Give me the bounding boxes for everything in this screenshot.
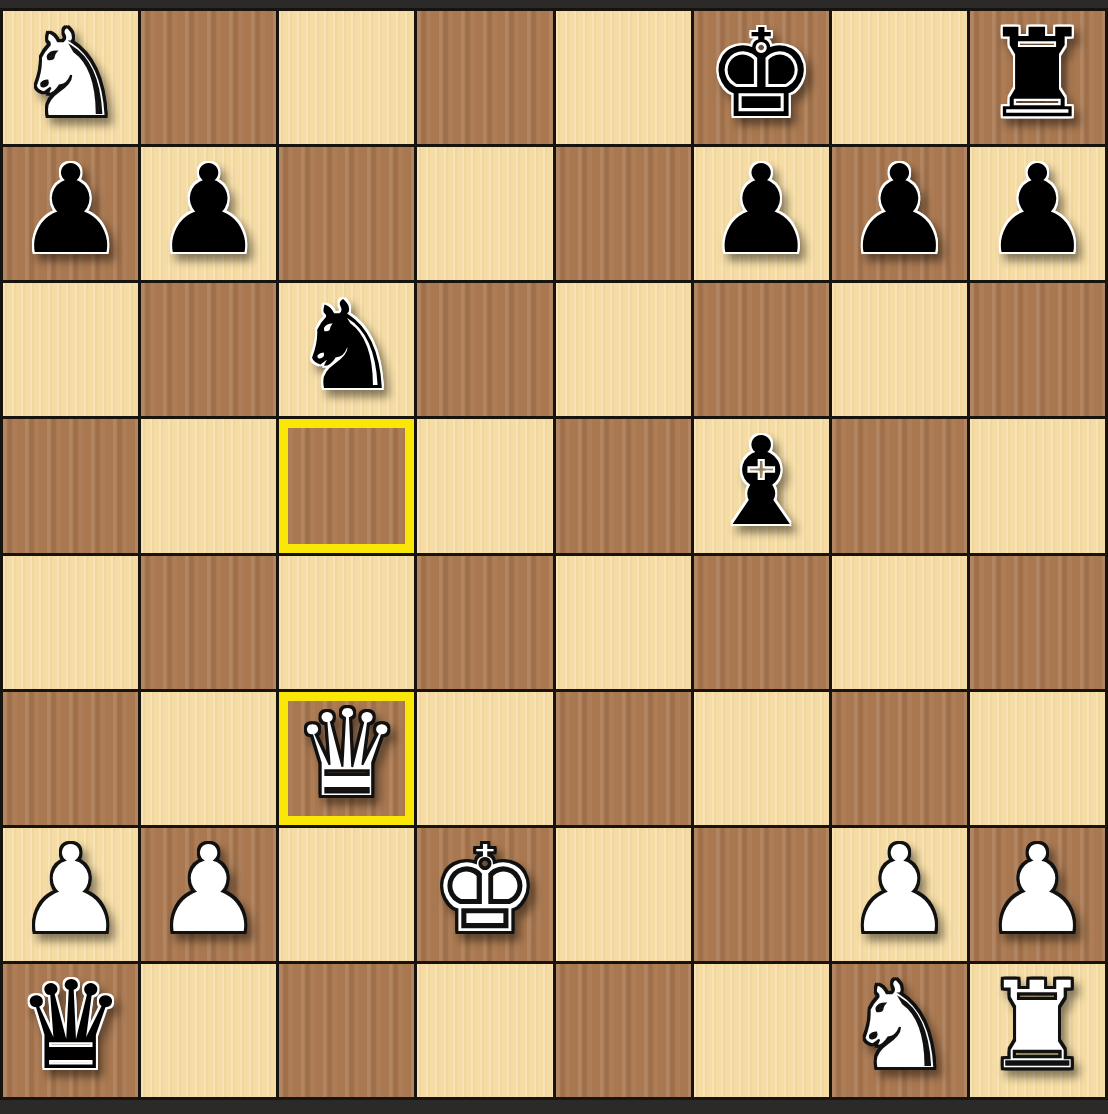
square-c2[interactable] [279,828,414,961]
square-b2[interactable]: ♟ [141,828,276,961]
square-g1[interactable]: ♞ [832,964,967,1097]
square-a6[interactable] [3,283,138,416]
square-e2[interactable] [556,828,691,961]
square-e1[interactable] [556,964,691,1097]
square-b6[interactable] [141,283,276,416]
square-e8[interactable] [556,11,691,144]
square-c8[interactable] [279,11,414,144]
square-h8[interactable]: ♜ [970,11,1105,144]
square-f6[interactable] [694,283,829,416]
square-c5[interactable] [279,419,414,552]
square-f7[interactable]: ♟ [694,147,829,280]
square-a1[interactable]: ♛ [3,964,138,1097]
square-f8[interactable]: ♚ [694,11,829,144]
square-h6[interactable] [970,283,1105,416]
square-c4[interactable] [279,556,414,689]
black-pawn: ♟ [983,149,1092,271]
square-e3[interactable] [556,692,691,825]
square-d3[interactable] [417,692,552,825]
square-b8[interactable] [141,11,276,144]
square-e5[interactable] [556,419,691,552]
square-e6[interactable] [556,283,691,416]
square-g7[interactable]: ♟ [832,147,967,280]
black-knight: ♞ [292,285,401,407]
square-g6[interactable] [832,283,967,416]
square-b4[interactable] [141,556,276,689]
square-c7[interactable] [279,147,414,280]
white-rook: ♜ [983,965,1092,1087]
square-h3[interactable] [970,692,1105,825]
square-a5[interactable] [3,419,138,552]
square-c3[interactable]: ♛ [279,692,414,825]
square-h7[interactable]: ♟ [970,147,1105,280]
square-g2[interactable]: ♟ [832,828,967,961]
black-pawn: ♟ [707,149,816,271]
black-pawn: ♟ [845,149,954,271]
square-a2[interactable]: ♟ [3,828,138,961]
square-f3[interactable] [694,692,829,825]
square-d5[interactable] [417,419,552,552]
square-h2[interactable]: ♟ [970,828,1105,961]
black-bishop: ♝ [707,421,816,543]
square-g4[interactable] [832,556,967,689]
square-f4[interactable] [694,556,829,689]
square-f1[interactable] [694,964,829,1097]
black-rook: ♜ [983,13,1092,135]
white-queen: ♛ [292,693,401,815]
white-pawn: ♟ [154,829,263,951]
white-pawn: ♟ [983,829,1092,951]
square-b5[interactable] [141,419,276,552]
square-b1[interactable] [141,964,276,1097]
square-h4[interactable] [970,556,1105,689]
square-b3[interactable] [141,692,276,825]
square-e7[interactable] [556,147,691,280]
square-d1[interactable] [417,964,552,1097]
square-c1[interactable] [279,964,414,1097]
black-pawn: ♟ [16,149,125,271]
square-d2[interactable]: ♚ [417,828,552,961]
square-a4[interactable] [3,556,138,689]
square-a8[interactable]: ♞ [3,11,138,144]
chess-app-background: ♞♚♜♟♟♟♟♟♞♝♛♟♟♚♟♟♛♞♜ [0,0,1108,1114]
black-pawn: ♟ [154,149,263,271]
black-king: ♚ [707,13,816,135]
square-d6[interactable] [417,283,552,416]
white-knight: ♞ [16,13,125,135]
white-pawn: ♟ [16,829,125,951]
square-d4[interactable] [417,556,552,689]
square-h5[interactable] [970,419,1105,552]
square-e4[interactable] [556,556,691,689]
square-g5[interactable] [832,419,967,552]
square-f2[interactable] [694,828,829,961]
square-a3[interactable] [3,692,138,825]
square-h1[interactable]: ♜ [970,964,1105,1097]
white-knight: ♞ [845,965,954,1087]
square-c6[interactable]: ♞ [279,283,414,416]
square-g3[interactable] [832,692,967,825]
white-king: ♚ [430,829,539,951]
square-d8[interactable] [417,11,552,144]
white-pawn: ♟ [845,829,954,951]
chess-board: ♞♚♜♟♟♟♟♟♞♝♛♟♟♚♟♟♛♞♜ [0,8,1108,1100]
square-a7[interactable]: ♟ [3,147,138,280]
square-f5[interactable]: ♝ [694,419,829,552]
black-queen: ♛ [16,965,125,1087]
square-d7[interactable] [417,147,552,280]
square-g8[interactable] [832,11,967,144]
square-b7[interactable]: ♟ [141,147,276,280]
